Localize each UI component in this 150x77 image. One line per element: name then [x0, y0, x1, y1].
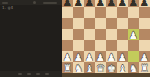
square-a7[interactable]: ♟	[62, 0, 73, 7]
square-h2[interactable]: ♟	[139, 51, 150, 62]
white-knight[interactable]: ♞	[74, 63, 83, 74]
control-back-icon[interactable]	[27, 73, 31, 75]
white-bishop[interactable]: ♝	[85, 63, 94, 74]
control-forward-icon[interactable]	[36, 73, 40, 75]
square-e3[interactable]	[106, 40, 117, 51]
black-pawn[interactable]: ♟	[118, 0, 127, 8]
square-a2[interactable]: ♟	[62, 51, 73, 62]
square-e7[interactable]: ♟	[106, 0, 117, 7]
square-b2[interactable]: ♟	[73, 51, 84, 62]
status-dot-icon	[33, 1, 36, 4]
square-g1[interactable]: ♞	[128, 62, 139, 73]
black-pawn[interactable]: ♟	[74, 0, 83, 8]
white-rook[interactable]: ♜	[140, 63, 149, 74]
square-d1[interactable]: ♛	[95, 62, 106, 73]
square-d3[interactable]	[95, 40, 106, 51]
square-a1[interactable]: ♜	[62, 62, 73, 73]
white-rook[interactable]: ♜	[63, 63, 72, 74]
chess-board: ♜♞♝♛♚♝♞♜♟♟♟♟♟♟♟♟♟♟♟♟♟♟♟♟♜♞♝♛♚♝♞♜	[62, 0, 150, 73]
square-b4[interactable]	[73, 29, 84, 40]
white-pawn[interactable]: ♟	[107, 52, 116, 63]
white-pawn[interactable]: ♟	[118, 52, 127, 63]
black-pawn[interactable]: ♟	[129, 0, 138, 8]
square-a6[interactable]	[62, 7, 73, 18]
playback-controls	[0, 71, 62, 77]
square-h1[interactable]: ♜	[139, 62, 150, 73]
white-pawn[interactable]: ♟	[129, 30, 138, 41]
square-b7[interactable]: ♟	[73, 0, 84, 7]
white-pawn[interactable]: ♟	[96, 52, 105, 63]
sidebar-title	[43, 2, 57, 4]
square-g5[interactable]	[128, 18, 139, 29]
square-d4[interactable]	[95, 29, 106, 40]
square-c5[interactable]	[84, 18, 95, 29]
square-a5[interactable]	[62, 18, 73, 29]
square-f4[interactable]	[117, 29, 128, 40]
square-g2[interactable]	[128, 51, 139, 62]
control-first-icon[interactable]	[18, 73, 22, 75]
black-pawn[interactable]: ♟	[140, 0, 149, 8]
white-queen[interactable]: ♛	[96, 63, 105, 74]
square-f3[interactable]	[117, 40, 128, 51]
app-window: 1. g4 ♜♞♝♛♚♝♞♜♟♟♟♟♟♟♟♟♟♟♟♟♟♟♟♟♜♞♝♛♚♝♞♜	[0, 0, 150, 77]
square-h4[interactable]	[139, 29, 150, 40]
board-bottom-edge	[62, 73, 150, 77]
square-b1[interactable]: ♞	[73, 62, 84, 73]
square-h3[interactable]	[139, 40, 150, 51]
square-g6[interactable]	[128, 7, 139, 18]
square-g3[interactable]	[128, 40, 139, 51]
square-f5[interactable]	[117, 18, 128, 29]
square-f2[interactable]: ♟	[117, 51, 128, 62]
square-h6[interactable]	[139, 7, 150, 18]
square-c7[interactable]: ♟	[84, 0, 95, 7]
white-bishop[interactable]: ♝	[118, 63, 127, 74]
white-pawn[interactable]: ♟	[74, 52, 83, 63]
square-a4[interactable]	[62, 29, 73, 40]
square-e4[interactable]	[106, 29, 117, 40]
control-last-icon[interactable]	[45, 73, 49, 75]
square-g7[interactable]: ♟	[128, 0, 139, 7]
move-list[interactable]: 1. g4	[2, 6, 60, 10]
square-c3[interactable]	[84, 40, 95, 51]
square-h7[interactable]: ♟	[139, 0, 150, 7]
square-b6[interactable]	[73, 7, 84, 18]
square-f7[interactable]: ♟	[117, 0, 128, 7]
square-f1[interactable]: ♝	[117, 62, 128, 73]
square-d2[interactable]: ♟	[95, 51, 106, 62]
black-pawn[interactable]: ♟	[63, 0, 72, 8]
square-d6[interactable]	[95, 7, 106, 18]
square-h5[interactable]	[139, 18, 150, 29]
menu-icon[interactable]	[2, 2, 8, 4]
square-e5[interactable]	[106, 18, 117, 29]
square-a3[interactable]	[62, 40, 73, 51]
square-e6[interactable]	[106, 7, 117, 18]
square-b5[interactable]	[73, 18, 84, 29]
square-b3[interactable]	[73, 40, 84, 51]
square-c2[interactable]: ♟	[84, 51, 95, 62]
black-pawn[interactable]: ♟	[96, 0, 105, 8]
white-pawn[interactable]: ♟	[85, 52, 94, 63]
square-c4[interactable]	[84, 29, 95, 40]
square-e1[interactable]: ♚	[106, 62, 117, 73]
square-d5[interactable]	[95, 18, 106, 29]
square-d7[interactable]: ♟	[95, 0, 106, 7]
white-king[interactable]: ♚	[107, 63, 116, 74]
square-e2[interactable]: ♟	[106, 51, 117, 62]
square-g4[interactable]: ♟	[128, 29, 139, 40]
square-c6[interactable]	[84, 7, 95, 18]
square-f6[interactable]	[117, 7, 128, 18]
move-entry[interactable]: 1. g4	[2, 5, 13, 10]
square-c1[interactable]: ♝	[84, 62, 95, 73]
white-pawn[interactable]: ♟	[63, 52, 72, 63]
sidebar-panel: 1. g4	[0, 0, 62, 77]
black-pawn[interactable]: ♟	[107, 0, 116, 8]
black-pawn[interactable]: ♟	[85, 0, 94, 8]
white-knight[interactable]: ♞	[129, 63, 138, 74]
white-pawn[interactable]: ♟	[140, 52, 149, 63]
